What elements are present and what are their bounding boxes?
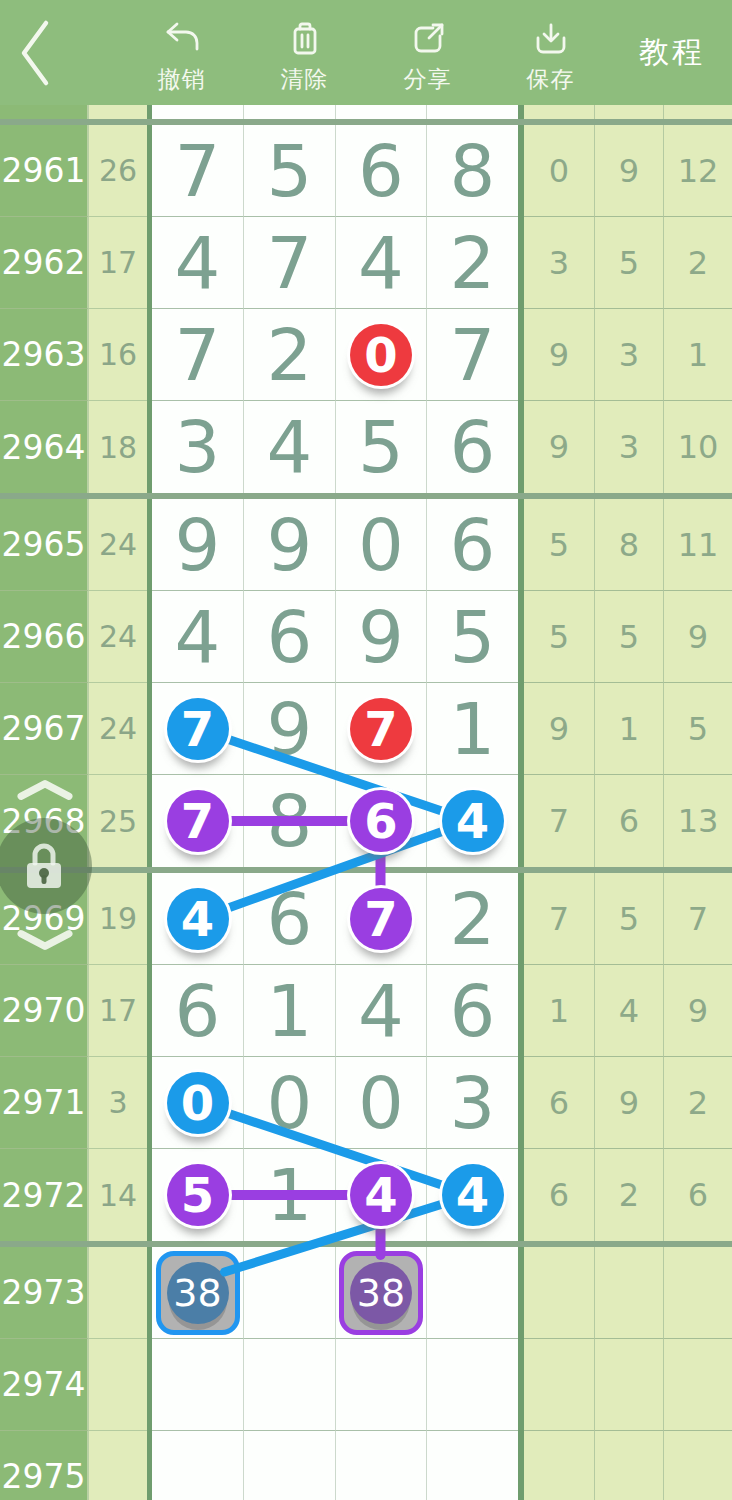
stat-value: 1 <box>688 336 708 374</box>
digit-value: 6 <box>450 411 496 483</box>
stat-cell <box>663 105 732 119</box>
digit-cell[interactable]: 3 <box>426 1057 518 1149</box>
share-icon <box>408 19 448 59</box>
toolbar-actions: 撤销 清除 分享 <box>120 0 612 105</box>
stat-value: 9 <box>549 336 569 374</box>
stat-cell: 4 <box>594 965 663 1057</box>
stat-value: 9 <box>619 152 639 190</box>
stat-value: 0 <box>549 152 569 190</box>
back-button[interactable] <box>0 0 120 105</box>
stat-value: 1 <box>619 710 639 748</box>
digit-value: 2 <box>450 883 496 955</box>
stat-value: 5 <box>619 244 639 282</box>
stat-cell <box>594 1339 663 1431</box>
stat-value: 12 <box>678 152 719 190</box>
digit-cell[interactable] <box>426 1247 518 1339</box>
stat-value: 5 <box>549 526 569 564</box>
period-label: 2971 <box>2 1083 86 1122</box>
stat-cell <box>594 105 663 119</box>
digit-value: 0 <box>267 1067 313 1139</box>
marked-digit[interactable]: 4 <box>167 888 229 950</box>
sum-value: 17 <box>99 245 137 280</box>
stat-value: 7 <box>549 900 569 938</box>
stat-cell: 3 <box>594 309 663 401</box>
marked-digit[interactable]: 4 <box>442 1164 504 1226</box>
table-row: 2967247971915 <box>0 683 732 775</box>
period-cell: 2965 <box>0 499 89 591</box>
count-value: 38 <box>357 1274 405 1312</box>
digit-cell[interactable]: 7 <box>335 683 426 775</box>
period-cell: 2962 <box>0 217 89 309</box>
stat-value: 6 <box>619 802 639 840</box>
period-cell: 2975 <box>0 1431 89 1500</box>
stat-value: 9 <box>688 618 708 656</box>
stat-cell <box>524 1247 594 1339</box>
digit-cell[interactable]: 1 <box>426 683 518 775</box>
stat-value: 5 <box>688 710 708 748</box>
stat-cell <box>524 1339 594 1431</box>
stat-cell: 5 <box>594 217 663 309</box>
digit-cell[interactable]: 0 <box>243 1057 335 1149</box>
table-row: 29682578647613 <box>0 775 732 867</box>
digit-cell[interactable]: 6 <box>152 965 243 1057</box>
digit-value: 3 <box>450 1067 496 1139</box>
digit-value: 9 <box>358 601 404 673</box>
digit-cell[interactable]: 6 <box>335 125 426 217</box>
marked-digit[interactable]: 4 <box>442 790 504 852</box>
table-row: 29733838 <box>0 1247 732 1339</box>
undo-icon <box>162 19 202 59</box>
stat-cell: 2 <box>663 1057 732 1149</box>
digit-cell[interactable]: 9 <box>243 683 335 775</box>
period-cell: 2961 <box>0 125 89 217</box>
period-label: 2970 <box>2 991 86 1030</box>
trend-board: 2961267568091229621747423522963167207931… <box>0 105 732 1500</box>
stat-value: 7 <box>549 802 569 840</box>
period-cell: 2964 <box>0 401 89 493</box>
stat-value: 6 <box>549 1176 569 1214</box>
digit-cell[interactable]: 38 <box>152 1247 243 1339</box>
digit-value: 6 <box>267 601 313 673</box>
period-cell: 2963 <box>0 309 89 401</box>
undo-label: 撤销 <box>158 64 206 95</box>
stat-cell: 7 <box>663 873 732 965</box>
digit-cell[interactable]: 0 <box>335 1057 426 1149</box>
stat-cell: 1 <box>594 683 663 775</box>
sum-cell: 24 <box>89 591 147 683</box>
digit-value: 9 <box>175 509 221 581</box>
stat-cell: 9 <box>663 591 732 683</box>
digit-value: 1 <box>267 1159 313 1231</box>
digit-cell[interactable]: 4 <box>152 591 243 683</box>
clear-button[interactable]: 清除 <box>243 0 366 105</box>
table-row: 2962174742352 <box>0 217 732 309</box>
sum-cell: 17 <box>89 217 147 309</box>
stat-cell: 11 <box>663 499 732 591</box>
digit-cell[interactable]: 6 <box>426 401 518 493</box>
sum-cell: 14 <box>89 1149 147 1241</box>
period-label: 2961 <box>2 151 86 190</box>
digit-cell[interactable]: 8 <box>243 775 335 867</box>
digit-cell[interactable]: 1 <box>243 965 335 1057</box>
digit-cell[interactable]: 6 <box>426 965 518 1057</box>
digit-cell[interactable]: 5 <box>335 401 426 493</box>
marked-digit[interactable]: 0 <box>167 1072 229 1134</box>
table-row: 2972145144626 <box>0 1149 732 1241</box>
save-label: 保存 <box>527 64 575 95</box>
stat-value: 9 <box>549 710 569 748</box>
digit-cell[interactable]: 5 <box>152 1149 243 1241</box>
stat-value: 1 <box>549 992 569 1030</box>
sum-value: 3 <box>108 1085 127 1120</box>
digit-cell[interactable] <box>243 1431 335 1500</box>
digit-cell[interactable]: 5 <box>243 125 335 217</box>
table-row: 2966244695559 <box>0 591 732 683</box>
sum-cell: 19 <box>89 873 147 965</box>
tutorial-button[interactable]: 教程 <box>612 31 732 74</box>
count-box[interactable]: 38 <box>156 1251 240 1335</box>
stat-cell <box>524 1431 594 1500</box>
sum-value: 14 <box>99 1178 137 1213</box>
stat-cell: 9 <box>524 309 594 401</box>
digit-cell[interactable]: 7 <box>152 125 243 217</box>
digit-value: 5 <box>267 135 313 207</box>
table-row: 2970176146149 <box>0 965 732 1057</box>
digit-cell[interactable]: 4 <box>243 401 335 493</box>
period-label: 2972 <box>2 1176 86 1215</box>
digit-value: 6 <box>175 975 221 1047</box>
digit-cell[interactable] <box>426 1339 518 1431</box>
sum-value: 16 <box>99 337 137 372</box>
sum-value: 17 <box>99 993 137 1028</box>
stat-cell: 0 <box>524 125 594 217</box>
period-label: 2962 <box>2 243 86 282</box>
digit-value: 6 <box>358 135 404 207</box>
digit-cell[interactable]: 8 <box>426 125 518 217</box>
stat-value: 9 <box>549 428 569 466</box>
period-cell: 2972 <box>0 1149 89 1241</box>
digit-cell[interactable]: 2 <box>243 309 335 401</box>
chevron-left-icon <box>16 18 52 88</box>
stat-value: 2 <box>619 1176 639 1214</box>
stat-value: 5 <box>619 900 639 938</box>
stat-cell <box>594 1247 663 1339</box>
table-row: 29641834569310 <box>0 401 732 493</box>
sum-cell <box>89 105 147 119</box>
stat-value: 9 <box>688 992 708 1030</box>
digit-cell[interactable]: 9 <box>152 499 243 591</box>
digit-cell[interactable] <box>152 1431 243 1500</box>
digit-value: 2 <box>267 319 313 391</box>
stat-cell: 7 <box>524 873 594 965</box>
digit-cell[interactable]: 6 <box>243 873 335 965</box>
digit-cell[interactable] <box>152 105 243 119</box>
digit-value: 0 <box>358 1067 404 1139</box>
stat-cell <box>594 1431 663 1500</box>
marked-digit[interactable]: 4 <box>350 1164 412 1226</box>
stat-cell: 6 <box>594 775 663 867</box>
digit-value: 6 <box>450 509 496 581</box>
sum-cell: 17 <box>89 965 147 1057</box>
sum-cell <box>89 1431 147 1500</box>
period-cell: 2971 <box>0 1057 89 1149</box>
stat-cell: 5 <box>663 683 732 775</box>
chevron-up-icon[interactable] <box>17 779 73 801</box>
stat-cell: 3 <box>524 217 594 309</box>
stat-cell: 3 <box>594 401 663 493</box>
clear-label: 清除 <box>281 64 329 95</box>
sum-cell: 24 <box>89 683 147 775</box>
digit-cell[interactable]: 6 <box>335 775 426 867</box>
digit-cell[interactable]: 0 <box>335 499 426 591</box>
stat-value: 10 <box>678 428 719 466</box>
period-cell <box>0 105 89 119</box>
stat-cell: 9 <box>524 401 594 493</box>
digit-value: 8 <box>450 135 496 207</box>
undo-button[interactable]: 撤销 <box>120 0 243 105</box>
period-label: 2974 <box>2 1365 86 1404</box>
digit-cell[interactable]: 4 <box>335 217 426 309</box>
table-row: 2969194672757 <box>0 873 732 965</box>
digit-cell[interactable]: 4 <box>426 775 518 867</box>
stat-value: 9 <box>619 1084 639 1122</box>
marked-digit[interactable]: 7 <box>350 698 412 760</box>
digit-value: 7 <box>175 135 221 207</box>
sum-value: 18 <box>99 430 137 465</box>
digit-value: 6 <box>450 975 496 1047</box>
toolbar: 撤销 清除 分享 <box>0 0 732 105</box>
digit-cell[interactable]: 7 <box>152 309 243 401</box>
digit-value: 5 <box>358 411 404 483</box>
period-cell: 2973 <box>0 1247 89 1339</box>
period-label: 2964 <box>2 428 86 467</box>
stat-value: 3 <box>549 244 569 282</box>
marked-digit[interactable]: 7 <box>167 698 229 760</box>
digit-value: 8 <box>267 785 313 857</box>
sum-cell <box>89 1247 147 1339</box>
stat-cell <box>524 105 594 119</box>
digit-value: 6 <box>267 883 313 955</box>
stat-value: 6 <box>549 1084 569 1122</box>
count-value: 38 <box>173 1274 221 1312</box>
table-row: 297130003692 <box>0 1057 732 1149</box>
marked-digit[interactable]: 7 <box>350 888 412 950</box>
sum-cell: 18 <box>89 401 147 493</box>
stat-cell: 1 <box>663 309 732 401</box>
sum-value: 19 <box>99 901 137 936</box>
digit-value: 0 <box>358 509 404 581</box>
stat-cell <box>663 1247 732 1339</box>
sum-value: 25 <box>99 804 137 839</box>
digit-value: 4 <box>175 601 221 673</box>
digit-cell[interactable]: 7 <box>152 683 243 775</box>
stat-value: 2 <box>688 1084 708 1122</box>
digit-cell[interactable]: 38 <box>335 1247 426 1339</box>
table-row: 2974 <box>0 1339 732 1431</box>
stat-cell: 13 <box>663 775 732 867</box>
download-icon <box>531 19 571 59</box>
count-box[interactable]: 38 <box>339 1251 423 1335</box>
sum-cell: 16 <box>89 309 147 401</box>
digit-cell[interactable]: 4 <box>335 1149 426 1241</box>
digit-cell[interactable] <box>335 105 426 119</box>
stat-cell: 1 <box>524 965 594 1057</box>
stat-value: 2 <box>688 244 708 282</box>
marked-digit[interactable]: 7 <box>167 790 229 852</box>
digit-cell[interactable]: 7 <box>426 309 518 401</box>
digit-cell[interactable]: 7 <box>335 873 426 965</box>
stat-cell: 6 <box>663 1149 732 1241</box>
scroll-lock-button[interactable] <box>0 818 92 914</box>
save-button[interactable]: 保存 <box>489 0 612 105</box>
sum-value: 26 <box>99 153 137 188</box>
digit-value: 9 <box>267 693 313 765</box>
stat-value: 4 <box>619 992 639 1030</box>
stat-cell: 5 <box>524 591 594 683</box>
stat-value: 5 <box>619 618 639 656</box>
marked-digit[interactable]: 5 <box>167 1164 229 1226</box>
stat-value: 5 <box>549 618 569 656</box>
stat-cell: 5 <box>524 499 594 591</box>
digit-cell[interactable]: 6 <box>243 591 335 683</box>
digit-value: 1 <box>267 975 313 1047</box>
stat-value: 6 <box>688 1176 708 1214</box>
stat-cell: 2 <box>594 1149 663 1241</box>
marked-digit[interactable]: 6 <box>350 790 412 852</box>
stat-cell: 6 <box>524 1149 594 1241</box>
sum-value: 24 <box>99 619 137 654</box>
digit-value: 9 <box>267 509 313 581</box>
period-cell: 2966 <box>0 591 89 683</box>
stat-cell: 5 <box>594 873 663 965</box>
marked-digit[interactable]: 0 <box>350 324 412 386</box>
stat-cell: 2 <box>663 217 732 309</box>
digit-cell[interactable]: 9 <box>335 591 426 683</box>
sum-cell: 25 <box>89 775 147 867</box>
digit-cell[interactable] <box>335 1431 426 1500</box>
digit-value: 4 <box>267 411 313 483</box>
period-label: 2973 <box>2 1273 86 1312</box>
digit-cell[interactable] <box>152 1339 243 1431</box>
chevron-down-icon[interactable] <box>17 929 73 951</box>
stat-value: 11 <box>678 526 719 564</box>
digit-cell[interactable] <box>426 1431 518 1500</box>
period-label: 2963 <box>2 335 86 374</box>
digit-value: 3 <box>175 411 221 483</box>
digit-value: 2 <box>450 227 496 299</box>
period-label: 2966 <box>2 617 86 656</box>
stat-cell: 7 <box>524 775 594 867</box>
share-label: 分享 <box>404 64 452 95</box>
stat-cell: 10 <box>663 401 732 493</box>
stat-value: 3 <box>619 336 639 374</box>
count-circle: 38 <box>350 1262 412 1324</box>
digit-cell[interactable]: 7 <box>152 775 243 867</box>
trash-icon <box>285 19 325 59</box>
stat-value: 7 <box>688 900 708 938</box>
digit-cell[interactable]: 2 <box>426 217 518 309</box>
stat-cell: 6 <box>524 1057 594 1149</box>
digit-value: 1 <box>450 693 496 765</box>
stat-value: 3 <box>619 428 639 466</box>
period-label: 2965 <box>2 525 86 564</box>
digit-cell[interactable] <box>243 1247 335 1339</box>
digit-cell[interactable]: 9 <box>243 499 335 591</box>
digit-value: 7 <box>175 319 221 391</box>
digit-cell[interactable]: 5 <box>426 591 518 683</box>
digit-cell[interactable]: 4 <box>152 217 243 309</box>
stat-cell: 9 <box>663 965 732 1057</box>
table-row: 2963167207931 <box>0 309 732 401</box>
period-cell: 2967 <box>0 683 89 775</box>
digit-value: 4 <box>358 975 404 1047</box>
period-label: 2967 <box>2 709 86 748</box>
stat-cell: 12 <box>663 125 732 217</box>
sum-cell: 26 <box>89 125 147 217</box>
digit-cell[interactable]: 4 <box>426 1149 518 1241</box>
digit-cell[interactable]: 6 <box>426 499 518 591</box>
stat-value: 13 <box>678 802 719 840</box>
table-row: 29612675680912 <box>0 125 732 217</box>
digit-value: 4 <box>358 227 404 299</box>
table-row: 2975 <box>0 1431 732 1500</box>
stat-cell: 9 <box>594 1057 663 1149</box>
sum-cell <box>89 1339 147 1431</box>
digit-cell[interactable]: 0 <box>152 1057 243 1149</box>
stat-cell <box>663 1431 732 1500</box>
sum-value: 24 <box>99 711 137 746</box>
period-cell: 2970 <box>0 965 89 1057</box>
digit-cell[interactable]: 4 <box>335 965 426 1057</box>
digit-cell[interactable] <box>426 105 518 119</box>
digit-value: 7 <box>267 227 313 299</box>
digit-cell[interactable]: 4 <box>152 873 243 965</box>
digit-cell[interactable]: 0 <box>335 309 426 401</box>
digit-value: 4 <box>175 227 221 299</box>
digit-value: 5 <box>450 601 496 673</box>
digit-cell[interactable] <box>335 1339 426 1431</box>
share-button[interactable]: 分享 <box>366 0 489 105</box>
sum-cell: 3 <box>89 1057 147 1149</box>
period-label: 2975 <box>2 1457 86 1496</box>
period-cell: 2974 <box>0 1339 89 1431</box>
lock-icon <box>22 839 66 893</box>
trend-chart-app: 撤销 清除 分享 <box>0 0 732 1500</box>
count-circle: 38 <box>167 1262 229 1324</box>
table-row <box>0 105 732 119</box>
digit-cell[interactable] <box>243 105 335 119</box>
stat-cell: 9 <box>594 125 663 217</box>
digit-cell[interactable]: 7 <box>243 217 335 309</box>
stat-value: 8 <box>619 526 639 564</box>
stat-cell: 5 <box>594 591 663 683</box>
digit-cell[interactable] <box>243 1339 335 1431</box>
sum-cell: 24 <box>89 499 147 591</box>
digit-cell[interactable]: 2 <box>426 873 518 965</box>
stat-cell: 9 <box>524 683 594 775</box>
stat-cell <box>663 1339 732 1431</box>
digit-cell[interactable]: 3 <box>152 401 243 493</box>
table-row: 29652499065811 <box>0 499 732 591</box>
digit-value: 7 <box>450 319 496 391</box>
sum-value: 24 <box>99 527 137 562</box>
stat-cell: 8 <box>594 499 663 591</box>
digit-cell[interactable]: 1 <box>243 1149 335 1241</box>
